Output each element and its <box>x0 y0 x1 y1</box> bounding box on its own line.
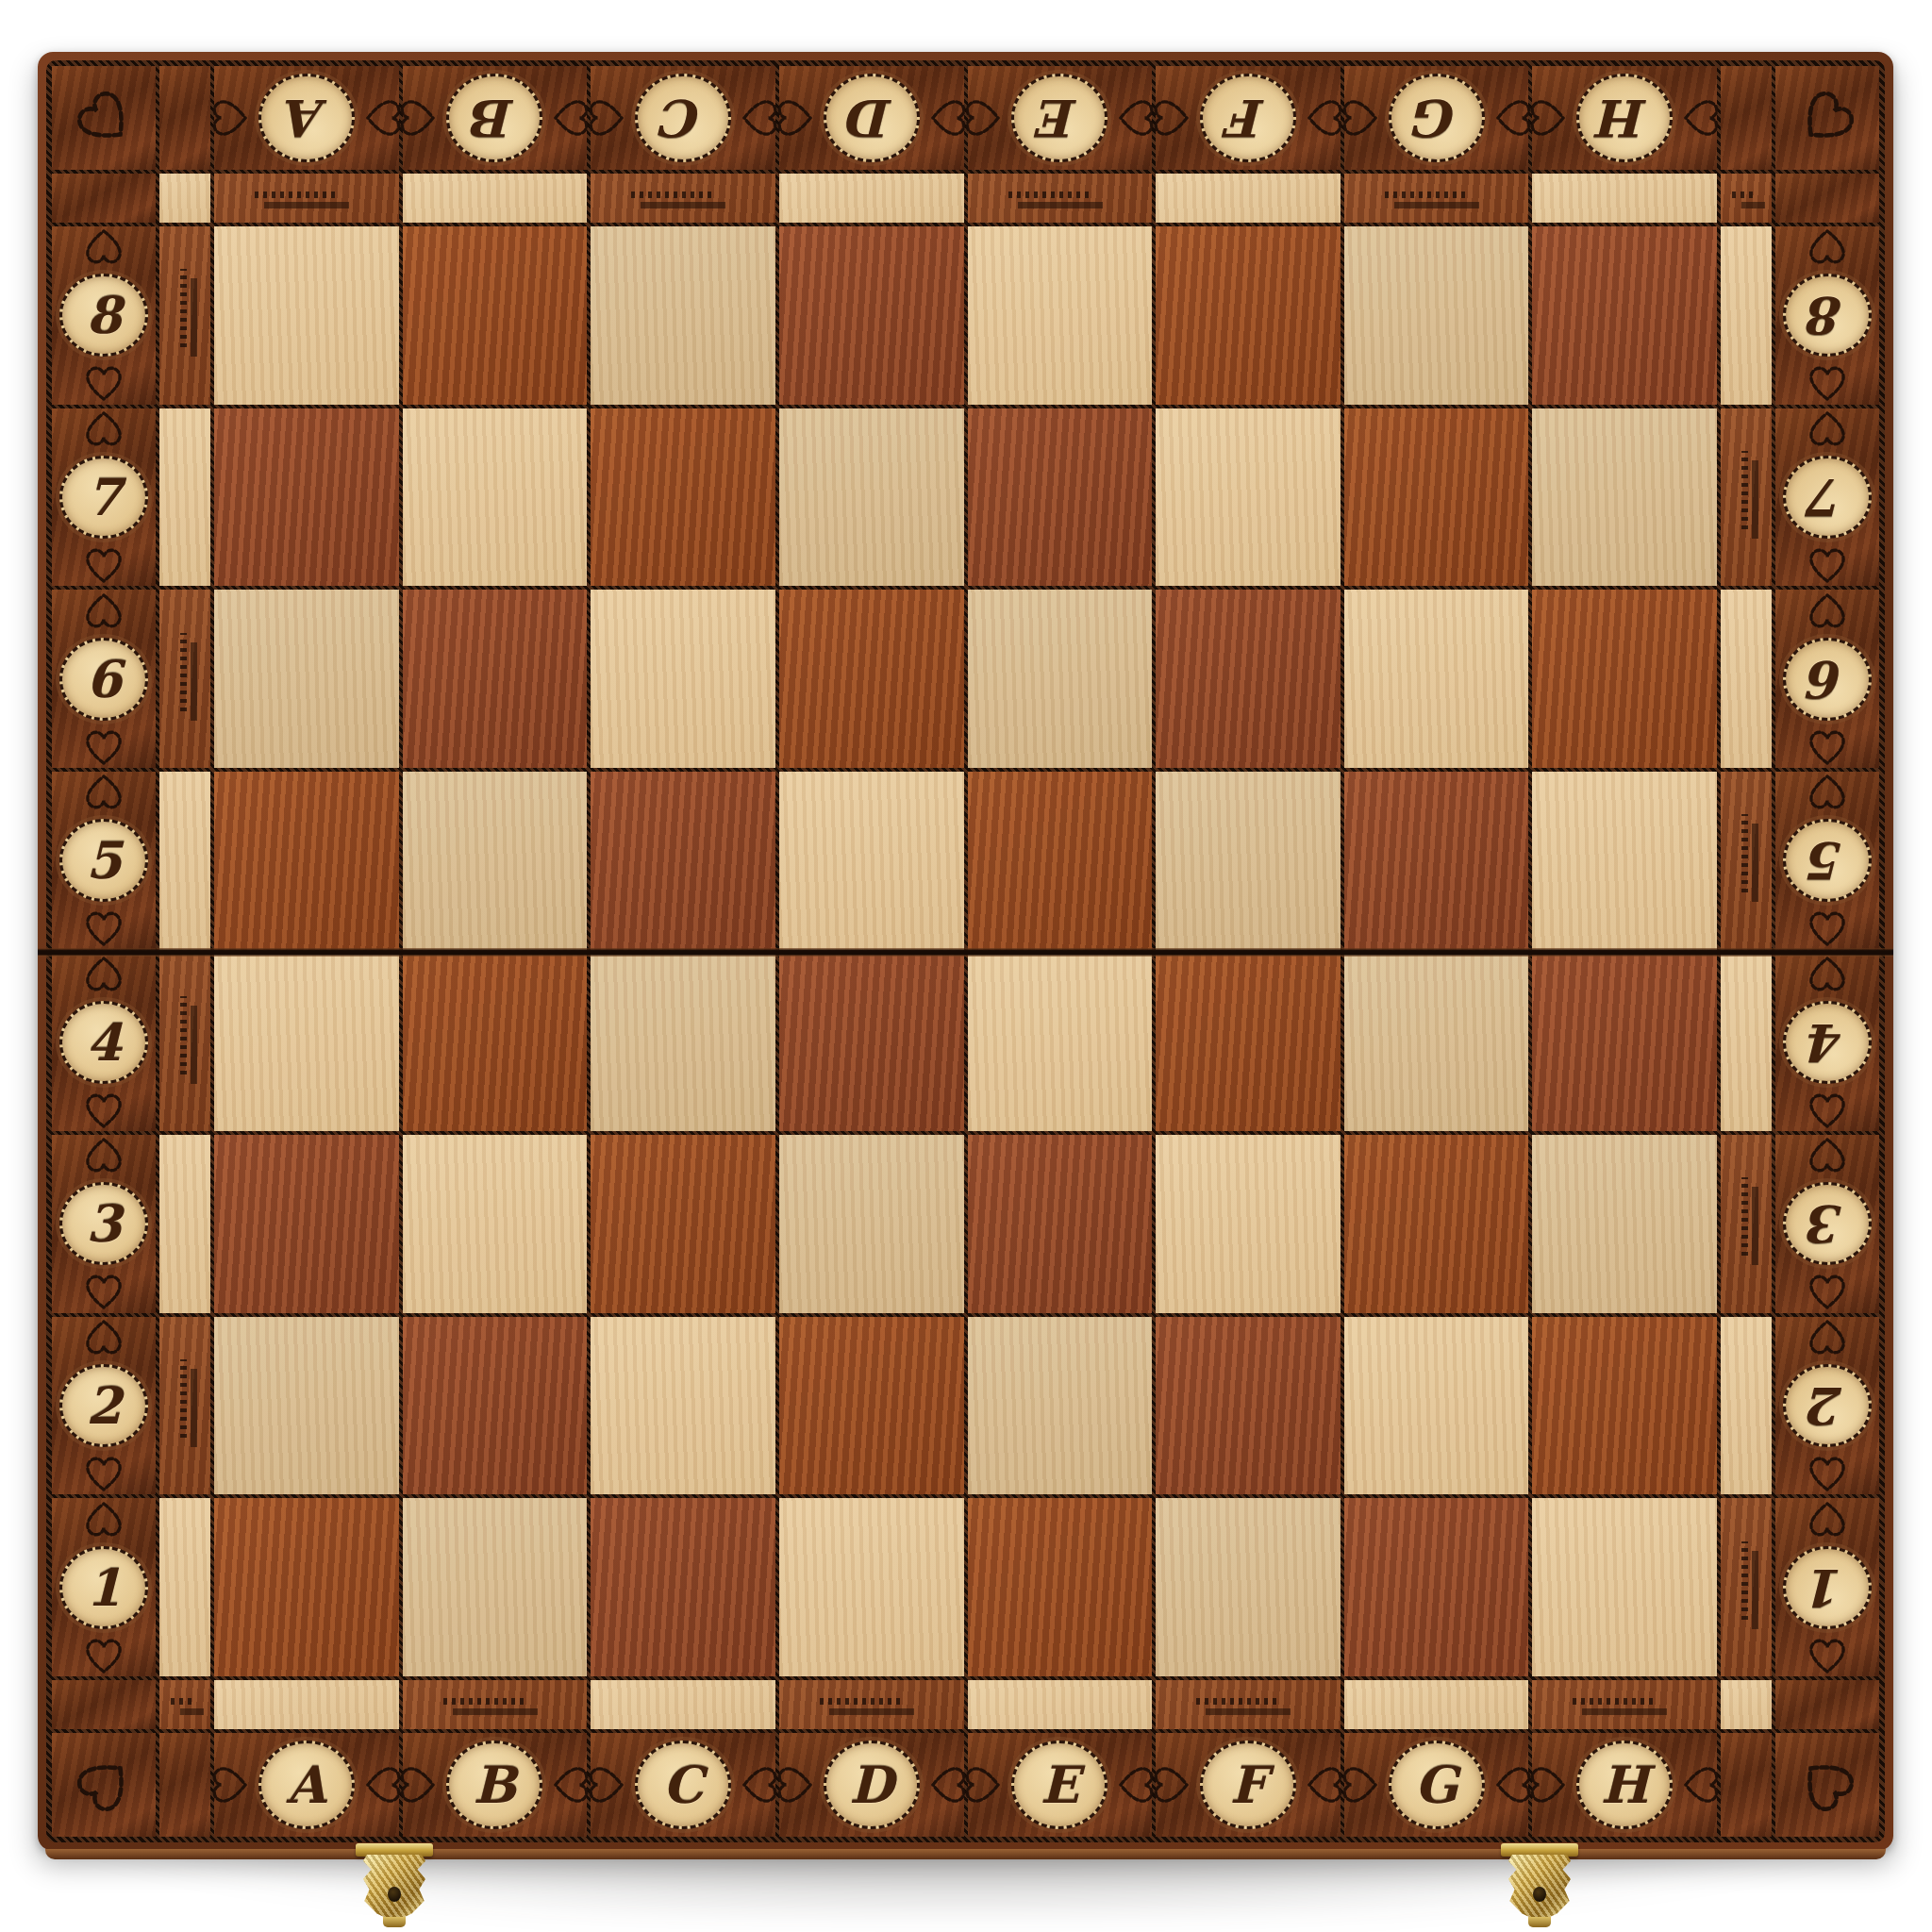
square-g8[interactable] <box>1344 226 1529 405</box>
rank-label-8-text: 8 <box>86 290 122 341</box>
file-label-b: B <box>446 1740 542 1829</box>
bottom-file-label-cell-d: D <box>779 1733 964 1837</box>
rank-label-1: 1 <box>59 1546 148 1629</box>
top-file-label-cell-a: A <box>214 66 399 170</box>
square-a7[interactable] <box>214 408 399 587</box>
square-e3[interactable] <box>968 1135 1153 1313</box>
square-g3[interactable] <box>1344 1135 1529 1313</box>
rank-label-3-text: 3 <box>1809 1198 1845 1249</box>
file-label-a: A <box>258 1740 355 1829</box>
trim-cell <box>1156 174 1341 223</box>
square-d4[interactable] <box>779 954 964 1132</box>
square-f6[interactable] <box>1156 590 1341 768</box>
trim-cell <box>779 1680 964 1729</box>
trim-cell <box>1721 1498 1772 1676</box>
border-corner-motif <box>52 1733 156 1837</box>
rope-heart-ornament-icon <box>393 92 439 143</box>
clasp-tab <box>383 1917 406 1927</box>
rope-heart-ornament-icon <box>78 408 129 453</box>
trim-cell <box>159 226 210 405</box>
rank-label-3: 3 <box>59 1182 148 1265</box>
square-b2[interactable] <box>403 1317 588 1495</box>
trim-cell <box>159 1317 210 1495</box>
trim-cell <box>591 1680 775 1729</box>
left-rank-label-cell-3: 3 <box>52 1135 156 1313</box>
rope-heart-ornament-icon <box>1802 1498 1853 1543</box>
square-c4[interactable] <box>591 954 775 1132</box>
rope-heart-ornament-icon <box>1524 1759 1569 1810</box>
rope-heart-ornament-icon <box>78 953 129 998</box>
file-label-g: G <box>1389 1740 1485 1829</box>
rope-heart-ornament-icon <box>78 225 129 271</box>
square-g2[interactable] <box>1344 1317 1529 1495</box>
rope-heart-ornament-icon <box>1802 225 1853 271</box>
square-g1[interactable] <box>1344 1498 1529 1676</box>
rope-heart-ornament-icon <box>78 1268 129 1313</box>
square-a8[interactable] <box>214 226 399 405</box>
left-rank-label-cell-8: 8 <box>52 226 156 405</box>
trim-cell <box>1721 1135 1772 1313</box>
rope-heart-ornament-icon <box>78 771 129 816</box>
rope-heart-ornament-icon <box>1147 92 1192 143</box>
square-d8[interactable] <box>779 226 964 405</box>
trim-cell <box>1344 174 1529 223</box>
square-h8[interactable] <box>1532 226 1717 405</box>
file-label-d-text: D <box>849 92 893 143</box>
rope-heart-ornament-icon <box>582 1759 627 1810</box>
square-a6[interactable] <box>214 590 399 768</box>
trim-cell <box>1721 174 1772 223</box>
border-segment <box>1775 174 1879 223</box>
square-d3[interactable] <box>779 1135 964 1313</box>
square-c6[interactable] <box>591 590 775 768</box>
square-g6[interactable] <box>1344 590 1529 768</box>
border-corner-motif <box>52 66 156 170</box>
square-b3[interactable] <box>403 1135 588 1313</box>
rope-heart-ornament-icon <box>1802 408 1853 453</box>
square-a4[interactable] <box>214 954 399 1132</box>
top-file-label-cell-c: C <box>591 66 775 170</box>
trim-cell <box>403 1680 588 1729</box>
square-c8[interactable] <box>591 226 775 405</box>
rope-heart-ornament-icon <box>1802 953 1853 998</box>
rank-label-8: 8 <box>1783 274 1872 357</box>
border-segment <box>1775 1680 1879 1729</box>
file-label-e: E <box>1011 1740 1108 1829</box>
file-label-g: G <box>1389 74 1485 162</box>
square-a1[interactable] <box>214 1498 399 1676</box>
square-h5[interactable] <box>1532 772 1717 950</box>
border-segment <box>52 174 156 223</box>
rope-heart-ornament-icon <box>78 724 129 769</box>
square-h4[interactable] <box>1532 954 1717 1132</box>
file-label-e: E <box>1011 74 1108 162</box>
file-label-d: D <box>824 74 920 162</box>
rope-heart-ornament-icon <box>78 1498 129 1543</box>
rank-label-4: 4 <box>1783 1001 1872 1084</box>
file-label-a-text: A <box>287 92 326 143</box>
trim-cell <box>968 1680 1153 1729</box>
bottom-file-label-cell-c: C <box>591 1733 775 1837</box>
rope-heart-ornament-icon <box>393 1759 439 1810</box>
border-segment <box>1721 1733 1772 1837</box>
right-rank-label-cell-1: 1 <box>1775 1498 1879 1676</box>
file-label-a-text: A <box>287 1759 326 1810</box>
trim-cell <box>403 174 588 223</box>
right-rank-label-cell-6: 6 <box>1775 590 1879 768</box>
rank-label-3-text: 3 <box>86 1198 122 1249</box>
square-g5[interactable] <box>1344 772 1529 950</box>
rope-heart-ornament-icon <box>1802 1268 1853 1313</box>
trim-cell <box>159 1680 210 1729</box>
rope-heart-ornament-icon <box>78 905 129 950</box>
top-file-label-cell-h: H <box>1532 66 1717 170</box>
border-segment <box>1721 66 1772 170</box>
file-label-h: H <box>1576 74 1673 162</box>
file-label-b-text: B <box>474 92 517 143</box>
rank-label-6: 6 <box>59 638 148 721</box>
rank-label-7: 7 <box>1783 456 1872 539</box>
trim-cell <box>159 590 210 768</box>
square-f7[interactable] <box>1156 408 1341 587</box>
square-c1[interactable] <box>591 1498 775 1676</box>
rank-label-5: 5 <box>59 819 148 902</box>
square-d1[interactable] <box>779 1498 964 1676</box>
file-label-c-text: C <box>663 92 704 143</box>
rank-label-7: 7 <box>59 456 148 539</box>
rope-heart-ornament-icon <box>1802 1316 1853 1361</box>
file-label-b: B <box>446 74 542 162</box>
file-label-c: C <box>635 1740 731 1829</box>
file-label-f-text: F <box>1230 1759 1266 1810</box>
file-label-f: F <box>1200 74 1296 162</box>
trim-cell <box>1721 226 1772 405</box>
file-label-d-text: D <box>849 1759 893 1810</box>
square-f3[interactable] <box>1156 1135 1341 1313</box>
rank-label-4-text: 4 <box>1809 1017 1845 1068</box>
square-g4[interactable] <box>1344 954 1529 1132</box>
product-photo: ABCDEFGH8877665544332211ABCDEFGH <box>0 0 1932 1932</box>
rank-label-5-text: 5 <box>86 835 122 886</box>
square-c5[interactable] <box>591 772 775 950</box>
square-c3[interactable] <box>591 1135 775 1313</box>
trim-cell <box>968 174 1153 223</box>
file-label-e-text: E <box>1041 1759 1079 1810</box>
rope-heart-ornament-icon <box>78 1450 129 1495</box>
trim-cell <box>214 1680 399 1729</box>
rank-label-8-text: 8 <box>1809 290 1845 341</box>
rank-label-1-text: 1 <box>1809 1562 1845 1613</box>
top-file-label-cell-e: E <box>968 66 1153 170</box>
rope-heart-ornament-icon <box>78 1632 129 1677</box>
square-h2[interactable] <box>1532 1317 1717 1495</box>
clasp-hole <box>1533 1887 1546 1902</box>
trim-cell <box>214 174 399 223</box>
rank-label-1: 1 <box>1783 1546 1872 1629</box>
rank-label-6-text: 6 <box>86 654 122 705</box>
square-g7[interactable] <box>1344 408 1529 587</box>
trim-cell <box>159 954 210 1132</box>
rank-label-7-text: 7 <box>1809 472 1845 523</box>
rope-heart-ornament-icon <box>206 92 251 143</box>
trim-cell <box>1721 1317 1772 1495</box>
rope-heart-ornament-icon <box>1336 1759 1381 1810</box>
rank-label-2-text: 2 <box>86 1380 122 1431</box>
rank-label-5: 5 <box>1783 819 1872 902</box>
square-c7[interactable] <box>591 408 775 587</box>
border-segment <box>159 1733 210 1837</box>
file-label-f-text: F <box>1230 92 1266 143</box>
right-rank-label-cell-7: 7 <box>1775 408 1879 587</box>
rank-label-2: 2 <box>1783 1364 1872 1447</box>
rope-heart-ornament-icon <box>78 1134 129 1179</box>
square-a3[interactable] <box>214 1135 399 1313</box>
square-e7[interactable] <box>968 408 1153 587</box>
file-label-h-text: H <box>1601 92 1649 143</box>
file-label-h: H <box>1576 1740 1673 1829</box>
rope-heart-ornament-icon <box>958 92 1004 143</box>
rope-heart-ornament-icon <box>58 72 151 165</box>
square-a5[interactable] <box>214 772 399 950</box>
square-d2[interactable] <box>779 1317 964 1495</box>
square-h6[interactable] <box>1532 590 1717 768</box>
trim-cell <box>159 772 210 950</box>
file-label-c-text: C <box>663 1759 704 1810</box>
square-h7[interactable] <box>1532 408 1717 587</box>
top-file-label-cell-g: G <box>1344 66 1529 170</box>
right-rank-label-cell-2: 2 <box>1775 1317 1879 1495</box>
rank-label-4-text: 4 <box>86 1017 122 1068</box>
trim-cell <box>159 408 210 587</box>
bottom-file-label-cell-f: F <box>1156 1733 1341 1837</box>
rope-heart-ornament-icon <box>1802 1632 1853 1677</box>
right-rank-label-cell-4: 4 <box>1775 954 1879 1132</box>
rope-heart-ornament-icon <box>1781 1739 1874 1832</box>
file-label-c: C <box>635 74 731 162</box>
square-b6[interactable] <box>403 590 588 768</box>
file-label-f: F <box>1200 1740 1296 1829</box>
rank-label-1-text: 1 <box>86 1562 122 1613</box>
trim-cell <box>159 174 210 223</box>
square-a2[interactable] <box>214 1317 399 1495</box>
file-label-a: A <box>258 74 355 162</box>
right-rank-label-cell-8: 8 <box>1775 226 1879 405</box>
right-rank-label-cell-5: 5 <box>1775 772 1879 950</box>
square-e8[interactable] <box>968 226 1153 405</box>
square-f5[interactable] <box>1156 772 1341 950</box>
trim-cell <box>1532 174 1717 223</box>
left-rank-label-cell-5: 5 <box>52 772 156 950</box>
rope-heart-ornament-icon <box>582 92 627 143</box>
trim-cell <box>159 1498 210 1676</box>
chess-board: ABCDEFGH8877665544332211ABCDEFGH <box>38 52 1893 1851</box>
rope-heart-ornament-icon <box>206 1759 251 1810</box>
rank-label-2: 2 <box>59 1364 148 1447</box>
bottom-file-label-cell-g: G <box>1344 1733 1529 1837</box>
trim-cell <box>779 174 964 223</box>
rope-heart-ornament-icon <box>1802 724 1853 769</box>
rank-label-5-text: 5 <box>1809 835 1845 886</box>
square-b5[interactable] <box>403 772 588 950</box>
trim-cell <box>1721 590 1772 768</box>
trim-cell <box>1721 954 1772 1132</box>
rank-label-6-text: 6 <box>1809 654 1845 705</box>
trim-cell <box>1532 1680 1717 1729</box>
square-f2[interactable] <box>1156 1317 1341 1495</box>
file-label-g-text: G <box>1415 1759 1458 1810</box>
rope-heart-ornament-icon <box>1802 1087 1853 1132</box>
square-b8[interactable] <box>403 226 588 405</box>
clasp-plate <box>356 1843 433 1857</box>
border-segment <box>159 66 210 170</box>
border-corner-motif <box>1775 1733 1879 1837</box>
rope-heart-ornament-icon <box>1147 1759 1192 1810</box>
rope-heart-ornament-icon <box>1802 359 1853 405</box>
rope-heart-ornament-icon <box>1781 72 1874 165</box>
rank-label-2-text: 2 <box>1809 1380 1845 1431</box>
file-label-b-text: B <box>474 1759 517 1810</box>
square-e1[interactable] <box>968 1498 1153 1676</box>
rope-heart-ornament-icon <box>1802 1450 1853 1495</box>
square-d6[interactable] <box>779 590 964 768</box>
square-b1[interactable] <box>403 1498 588 1676</box>
brass-clasp-right <box>1499 1843 1580 1930</box>
square-e6[interactable] <box>968 590 1153 768</box>
bottom-file-label-cell-b: B <box>403 1733 588 1837</box>
top-file-label-cell-d: D <box>779 66 964 170</box>
trim-cell <box>1344 1680 1529 1729</box>
square-h1[interactable] <box>1532 1498 1717 1676</box>
trim-cell <box>1156 1680 1341 1729</box>
clasp-tab <box>1528 1917 1551 1927</box>
clasp-plate <box>1501 1843 1578 1857</box>
border-segment <box>52 1680 156 1729</box>
trim-cell <box>159 1135 210 1313</box>
trim-cell <box>1721 772 1772 950</box>
left-rank-label-cell-2: 2 <box>52 1317 156 1495</box>
rope-heart-ornament-icon <box>78 1316 129 1361</box>
rank-label-6: 6 <box>1783 638 1872 721</box>
rope-heart-ornament-icon <box>1802 1134 1853 1179</box>
square-f8[interactable] <box>1156 226 1341 405</box>
rope-heart-ornament-icon <box>771 1759 816 1810</box>
right-rank-label-cell-3: 3 <box>1775 1135 1879 1313</box>
square-f4[interactable] <box>1156 954 1341 1132</box>
file-label-e-text: E <box>1041 92 1079 143</box>
rank-label-8: 8 <box>59 274 148 357</box>
square-f1[interactable] <box>1156 1498 1341 1676</box>
square-b7[interactable] <box>403 408 588 587</box>
rope-heart-ornament-icon <box>1680 1759 1725 1810</box>
square-h3[interactable] <box>1532 1135 1717 1313</box>
clasp-hole <box>388 1887 401 1902</box>
file-label-g-text: G <box>1415 92 1458 143</box>
rope-heart-ornament-icon <box>1336 92 1381 143</box>
brass-clasp-left <box>354 1843 435 1930</box>
rope-heart-ornament-icon <box>1680 92 1725 143</box>
left-rank-label-cell-6: 6 <box>52 590 156 768</box>
bottom-file-label-cell-h: H <box>1532 1733 1717 1837</box>
left-rank-label-cell-1: 1 <box>52 1498 156 1676</box>
rope-heart-ornament-icon <box>958 1759 1004 1810</box>
top-file-label-cell-f: F <box>1156 66 1341 170</box>
rank-label-4: 4 <box>59 1001 148 1084</box>
rank-label-3: 3 <box>1783 1182 1872 1265</box>
square-e5[interactable] <box>968 772 1153 950</box>
rope-heart-ornament-icon <box>78 1087 129 1132</box>
trim-cell <box>591 174 775 223</box>
top-file-label-cell-b: B <box>403 66 588 170</box>
fold-seam <box>38 948 1893 957</box>
rope-heart-ornament-icon <box>1802 771 1853 816</box>
file-label-h-text: H <box>1601 1759 1649 1810</box>
file-label-d: D <box>824 1740 920 1829</box>
rope-heart-ornament-icon <box>1802 590 1853 635</box>
rope-heart-ornament-icon <box>771 92 816 143</box>
rope-heart-ornament-icon <box>1524 92 1569 143</box>
square-b4[interactable] <box>403 954 588 1132</box>
left-rank-label-cell-4: 4 <box>52 954 156 1132</box>
left-rank-label-cell-7: 7 <box>52 408 156 587</box>
rope-heart-ornament-icon <box>1802 905 1853 950</box>
rope-heart-ornament-icon <box>58 1739 151 1832</box>
square-e2[interactable] <box>968 1317 1153 1495</box>
rope-heart-ornament-icon <box>78 359 129 405</box>
bottom-file-label-cell-e: E <box>968 1733 1153 1837</box>
rope-heart-ornament-icon <box>78 541 129 587</box>
rope-heart-ornament-icon <box>78 590 129 635</box>
square-d7[interactable] <box>779 408 964 587</box>
square-e4[interactable] <box>968 954 1153 1132</box>
rope-heart-ornament-icon <box>1802 541 1853 587</box>
bottom-file-label-cell-a: A <box>214 1733 399 1837</box>
square-d5[interactable] <box>779 772 964 950</box>
rank-label-7-text: 7 <box>86 472 122 523</box>
trim-cell <box>1721 408 1772 587</box>
square-c2[interactable] <box>591 1317 775 1495</box>
trim-cell <box>1721 1680 1772 1729</box>
border-corner-motif <box>1775 66 1879 170</box>
